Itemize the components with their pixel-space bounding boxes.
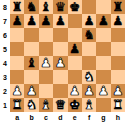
board-corner-spacer	[0, 112, 10, 122]
rank-label-4: 4	[0, 56, 10, 70]
square-c1[interactable]: ♝	[39, 98, 53, 112]
file-label-a: a	[10, 112, 24, 122]
square-e4[interactable]	[68, 56, 82, 70]
piece-white-pawn[interactable]: ♟	[98, 84, 109, 97]
piece-black-pawn[interactable]: ♟	[26, 14, 37, 27]
piece-white-rook[interactable]: ♜	[112, 98, 123, 111]
square-b4[interactable]: ♝	[24, 56, 38, 70]
square-b6[interactable]	[24, 28, 38, 42]
file-label-d: d	[53, 112, 67, 122]
square-d3[interactable]	[53, 70, 67, 84]
square-f1[interactable]: ♝	[82, 98, 96, 112]
piece-black-bishop[interactable]: ♝	[26, 56, 37, 69]
piece-black-pawn[interactable]: ♟	[40, 14, 51, 27]
square-b1[interactable]: ♞	[24, 98, 38, 112]
file-label-e: e	[68, 112, 82, 122]
piece-white-pawn[interactable]: ♟	[83, 84, 94, 97]
piece-white-king[interactable]: ♚	[69, 98, 80, 111]
square-d1[interactable]: ♛	[53, 98, 67, 112]
square-c4[interactable]: ♟	[39, 56, 53, 70]
square-g6[interactable]	[96, 28, 110, 42]
file-labels: abcdefgh	[10, 112, 125, 122]
file-label-g: g	[96, 112, 110, 122]
piece-white-bishop[interactable]: ♝	[40, 98, 51, 111]
square-c7[interactable]: ♟	[39, 14, 53, 28]
square-h4[interactable]	[111, 56, 125, 70]
piece-black-pawn[interactable]: ♟	[12, 14, 23, 27]
file-label-c: c	[39, 112, 53, 122]
square-g4[interactable]	[96, 56, 110, 70]
piece-black-knight[interactable]: ♞	[26, 0, 37, 13]
square-g1[interactable]	[96, 98, 110, 112]
square-a7[interactable]: ♟	[10, 14, 24, 28]
piece-white-pawn[interactable]: ♟	[55, 56, 66, 69]
piece-white-pawn[interactable]: ♟	[40, 56, 51, 69]
square-g5[interactable]	[96, 42, 110, 56]
rank-label-1: 1	[0, 98, 10, 112]
rank-label-7: 7	[0, 14, 10, 28]
piece-black-king[interactable]: ♚	[69, 0, 80, 13]
chess-board[interactable]: ♜♞♝♛♚♜♟♟♟♟♟♟♟♞♟♝♟♟♞♟♟♟♟♟♟♜♞♝♛♚♝♜	[10, 0, 125, 112]
piece-white-pawn[interactable]: ♟	[69, 84, 80, 97]
piece-black-pawn[interactable]: ♟	[83, 14, 94, 27]
rank-label-3: 3	[0, 70, 10, 84]
piece-black-rook[interactable]: ♜	[12, 0, 23, 13]
piece-black-bishop[interactable]: ♝	[40, 0, 51, 13]
square-c3[interactable]	[39, 70, 53, 84]
piece-white-pawn[interactable]: ♟	[26, 84, 37, 97]
square-h6[interactable]	[111, 28, 125, 42]
square-d4[interactable]: ♟	[53, 56, 67, 70]
piece-white-knight[interactable]: ♞	[26, 98, 37, 111]
square-e1[interactable]: ♚	[68, 98, 82, 112]
piece-black-knight[interactable]: ♞	[83, 28, 94, 41]
piece-white-pawn[interactable]: ♟	[112, 84, 123, 97]
file-label-f: f	[82, 112, 96, 122]
square-h7[interactable]: ♟	[111, 14, 125, 28]
piece-black-pawn[interactable]: ♟	[55, 14, 66, 27]
piece-white-rook[interactable]: ♜	[12, 98, 23, 111]
piece-white-queen[interactable]: ♛	[55, 98, 66, 111]
file-label-h: h	[111, 112, 125, 122]
square-a5[interactable]	[10, 42, 24, 56]
square-g2[interactable]: ♟	[96, 84, 110, 98]
piece-black-pawn[interactable]: ♟	[112, 14, 123, 27]
square-c6[interactable]	[39, 28, 53, 42]
rank-label-2: 2	[0, 84, 10, 98]
chess-diagram: 87654321 ♜♞♝♛♚♜♟♟♟♟♟♟♟♞♟♝♟♟♞♟♟♟♟♟♟♜♞♝♛♚♝…	[0, 0, 125, 122]
square-f5[interactable]	[82, 42, 96, 56]
rank-label-8: 8	[0, 0, 10, 14]
square-e5[interactable]: ♟	[68, 42, 82, 56]
square-g7[interactable]: ♟	[96, 14, 110, 28]
square-a1[interactable]: ♜	[10, 98, 24, 112]
rank-labels: 87654321	[0, 0, 10, 112]
square-d7[interactable]: ♟	[53, 14, 67, 28]
square-a4[interactable]	[10, 56, 24, 70]
square-a6[interactable]	[10, 28, 24, 42]
square-e7[interactable]	[68, 14, 82, 28]
rank-label-6: 6	[0, 28, 10, 42]
piece-white-knight[interactable]: ♞	[83, 70, 94, 83]
square-f6[interactable]: ♞	[82, 28, 96, 42]
square-h1[interactable]: ♜	[111, 98, 125, 112]
square-e8[interactable]: ♚	[68, 0, 82, 14]
piece-black-rook[interactable]: ♜	[112, 0, 123, 13]
piece-black-pawn[interactable]: ♟	[98, 14, 109, 27]
file-label-b: b	[24, 112, 38, 122]
square-d6[interactable]	[53, 28, 67, 42]
square-b7[interactable]: ♟	[24, 14, 38, 28]
piece-black-pawn[interactable]: ♟	[69, 42, 80, 55]
rank-label-5: 5	[0, 42, 10, 56]
piece-black-queen[interactable]: ♛	[55, 0, 66, 13]
square-h5[interactable]	[111, 42, 125, 56]
piece-white-bishop[interactable]: ♝	[83, 98, 94, 111]
piece-white-pawn[interactable]: ♟	[12, 84, 23, 97]
